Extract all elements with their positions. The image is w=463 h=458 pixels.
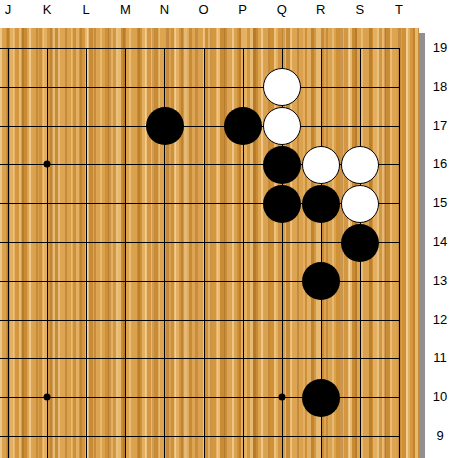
row-label-11: 11 <box>424 350 456 366</box>
white-stone-Q18 <box>263 68 301 106</box>
black-stone-Q15 <box>263 185 301 223</box>
white-stone-S16 <box>341 146 379 184</box>
white-stone-S15 <box>341 185 379 223</box>
go-board[interactable] <box>0 28 419 458</box>
column-label-J: J <box>0 3 20 17</box>
row-label-9: 9 <box>424 428 456 444</box>
row-label-10: 10 <box>424 389 456 405</box>
black-stone-R13 <box>302 262 340 300</box>
column-label-L: L <box>74 3 98 17</box>
column-label-T: T <box>387 3 411 17</box>
black-stone-N17 <box>146 107 184 145</box>
grid-line-row-11 <box>0 358 400 359</box>
row-label-14: 14 <box>424 234 456 250</box>
black-stone-P17 <box>224 107 262 145</box>
column-label-K: K <box>35 3 59 17</box>
white-stone-Q17 <box>263 107 301 145</box>
column-label-P: P <box>231 3 255 17</box>
star-point-Q10 <box>278 394 285 401</box>
column-label-S: S <box>348 3 372 17</box>
row-label-19: 19 <box>424 40 456 56</box>
column-label-Q: Q <box>270 3 294 17</box>
row-label-16: 16 <box>424 156 456 172</box>
grid-line-row-18 <box>0 87 400 88</box>
row-label-18: 18 <box>424 79 456 95</box>
black-stone-R15 <box>302 185 340 223</box>
white-stone-R16 <box>302 146 340 184</box>
black-stone-R10 <box>302 379 340 417</box>
grid-line-row-19 <box>0 48 400 49</box>
column-label-N: N <box>152 3 176 17</box>
column-label-M: M <box>113 3 137 17</box>
grid-line-row-14 <box>0 242 400 243</box>
grid-line-row-12 <box>0 320 400 321</box>
grid-line-row-9 <box>0 436 400 437</box>
star-point-K10 <box>44 394 51 401</box>
row-label-12: 12 <box>424 312 456 328</box>
black-stone-Q16 <box>263 146 301 184</box>
row-label-17: 17 <box>424 118 456 134</box>
column-label-R: R <box>309 3 333 17</box>
column-label-O: O <box>192 3 216 17</box>
row-label-13: 13 <box>424 273 456 289</box>
row-label-15: 15 <box>424 195 456 211</box>
star-point-K16 <box>44 161 51 168</box>
grid-line-row-17 <box>0 126 400 127</box>
go-board-page: JKLMNOPQRST 191817161514131211109 <box>0 0 463 458</box>
black-stone-S14 <box>341 224 379 262</box>
